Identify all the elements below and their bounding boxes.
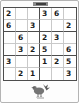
sudoku-cell: 3 bbox=[4, 56, 16, 68]
sudoku-cell: 6 bbox=[4, 20, 16, 32]
worksheet-title-bar bbox=[33, 2, 48, 6]
sudoku-cell[interactable] bbox=[16, 8, 28, 20]
sudoku-cell: 3 bbox=[28, 20, 40, 32]
sudoku-cell[interactable] bbox=[4, 68, 16, 80]
sudoku-cell[interactable] bbox=[40, 68, 52, 80]
sudoku-cell: 6 bbox=[16, 32, 28, 44]
sudoku-cell[interactable] bbox=[52, 44, 64, 56]
sudoku-cell: 2 bbox=[4, 8, 16, 20]
sudoku-cell[interactable] bbox=[28, 56, 40, 68]
sudoku-cell: 2 bbox=[28, 44, 40, 56]
sudoku-cell: 6 bbox=[52, 8, 64, 20]
sudoku-cell: 3 bbox=[64, 68, 76, 80]
sudoku-cell: 2 bbox=[16, 68, 28, 80]
sudoku-cell: 3 bbox=[16, 44, 28, 56]
sudoku-cell: 5 bbox=[64, 56, 76, 68]
sudoku-cell: 2 bbox=[40, 32, 52, 44]
sudoku-cell: 3 bbox=[52, 32, 64, 44]
sudoku-cell[interactable] bbox=[16, 56, 28, 68]
sudoku-grid: 23663262332563125213 bbox=[3, 7, 77, 81]
sudoku-cell: 1 bbox=[40, 56, 52, 68]
worksheet-page: 23663262332563125213 bbox=[0, 0, 79, 103]
worksheet-title-text bbox=[36, 3, 46, 5]
sudoku-cell[interactable] bbox=[40, 20, 52, 32]
sudoku-cell[interactable] bbox=[28, 32, 40, 44]
sudoku-cell[interactable] bbox=[52, 68, 64, 80]
sudoku-cell: 6 bbox=[64, 44, 76, 56]
sudoku-cell: 5 bbox=[40, 44, 52, 56]
sudoku-cell[interactable] bbox=[16, 20, 28, 32]
sudoku-cell[interactable] bbox=[28, 8, 40, 20]
sudoku-cell[interactable] bbox=[4, 44, 16, 56]
sudoku-cell: 2 bbox=[52, 56, 64, 68]
sudoku-cell: 2 bbox=[64, 20, 76, 32]
sudoku-cell: 1 bbox=[28, 68, 40, 80]
sudoku-cell[interactable] bbox=[52, 20, 64, 32]
sudoku-cell: 3 bbox=[40, 8, 52, 20]
sudoku-cell[interactable] bbox=[64, 8, 76, 20]
sudoku-cell[interactable] bbox=[4, 32, 16, 44]
sudoku-cell[interactable] bbox=[64, 32, 76, 44]
bird-clipart-icon bbox=[30, 83, 50, 98]
footer-mark bbox=[37, 97, 44, 99]
